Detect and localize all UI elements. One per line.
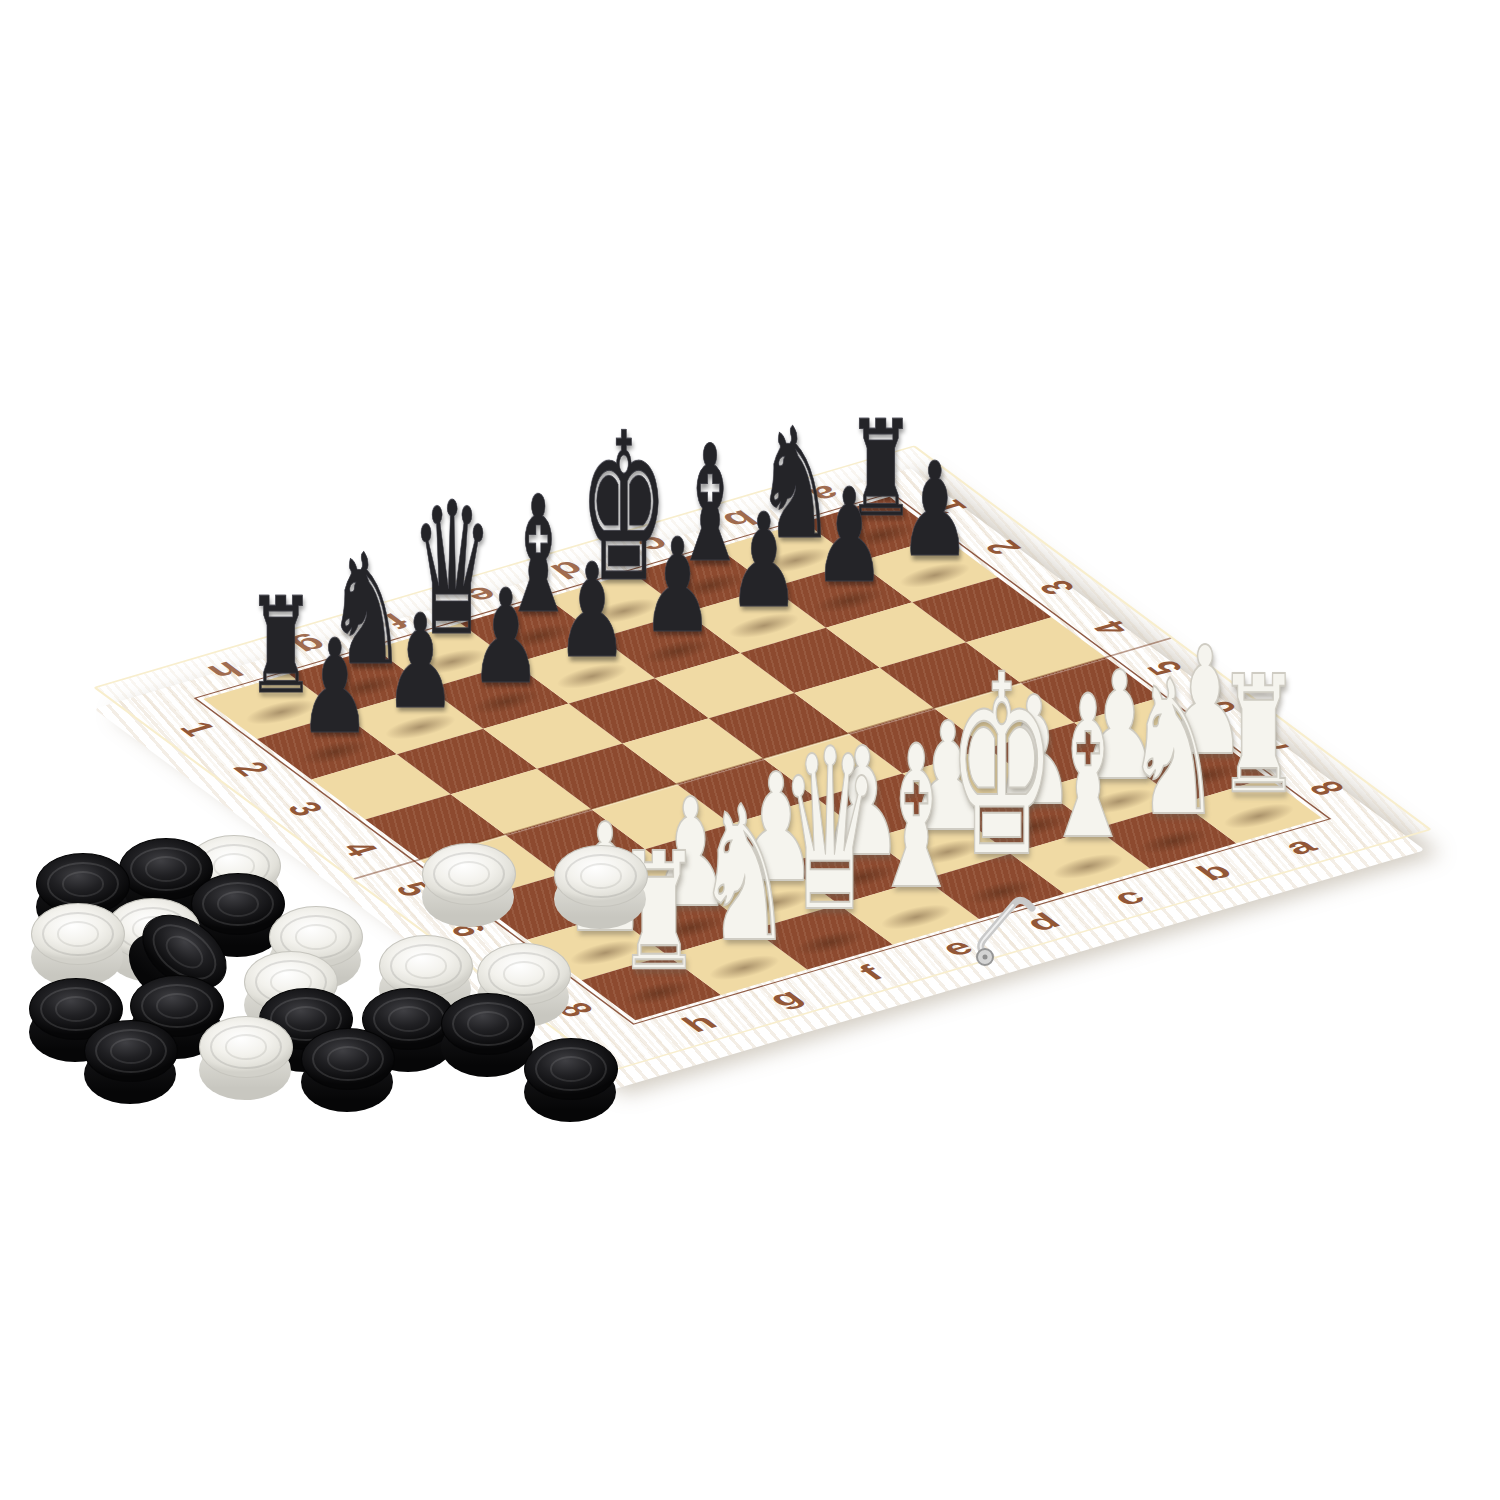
white-checker-disc[interactable] (422, 843, 514, 931)
checker-top (31, 903, 125, 965)
white-bishop-glyph: ♝ (1042, 670, 1133, 866)
clasp-hook (972, 888, 1044, 974)
black-pawn-glyph: ♟ (899, 445, 971, 575)
checker-top (524, 1038, 618, 1100)
checker-top (301, 1028, 395, 1090)
black-pawn-glyph: ♟ (384, 597, 456, 727)
black-pawn-glyph: ♟ (642, 521, 714, 651)
black-pawn-glyph: ♟ (556, 546, 628, 676)
black-pawn-glyph: ♟ (299, 622, 371, 752)
rank-label-right-8: 8 (1307, 773, 1348, 803)
checker-top (554, 845, 648, 907)
black-checker-disc[interactable] (84, 1020, 176, 1108)
white-knight-glyph: ♞ (1125, 655, 1222, 841)
file-label-near-h: h (678, 1008, 719, 1038)
checker-top (199, 1016, 293, 1078)
file-label-near-g: g (764, 982, 805, 1012)
rank-label-left-3: 3 (285, 794, 326, 824)
white-queen-glyph: ♛ (780, 720, 880, 943)
file-label-near-a: a (1279, 831, 1320, 861)
black-checker-disc[interactable] (524, 1038, 616, 1126)
rank-label-right-3: 3 (1037, 572, 1078, 602)
rank-label-right-2: 2 (983, 532, 1024, 562)
white-rook-glyph: ♜ (1217, 655, 1301, 816)
white-bishop-glyph: ♝ (870, 721, 961, 917)
checker-top (422, 843, 516, 905)
checker-top (84, 1020, 178, 1082)
product-photo-scene: 11hh22gg33ff44ee55dd66cc77bb88aa♜♞♝♚♝♛♞♜… (0, 0, 1500, 1500)
file-label-near-e: e (936, 932, 977, 962)
checker-top (441, 993, 535, 1055)
file-label-near-f: f (850, 957, 891, 987)
rank-label-left-2: 2 (231, 754, 272, 784)
rank-label-left-4: 4 (339, 834, 380, 864)
file-label-far-h: h (205, 656, 246, 686)
white-checker-disc[interactable] (199, 1016, 291, 1104)
black-checker-disc[interactable] (441, 993, 533, 1081)
white-knight-glyph: ♞ (696, 782, 793, 968)
black-checker-disc[interactable] (301, 1028, 393, 1116)
file-label-near-b: b (1193, 856, 1234, 886)
rank-label-right-4: 4 (1091, 612, 1132, 642)
white-checker-disc[interactable] (554, 845, 646, 933)
file-label-near-c: c (1107, 881, 1148, 911)
black-pawn-glyph: ♟ (813, 471, 885, 601)
black-pawn-glyph: ♟ (470, 572, 542, 702)
black-pawn-glyph: ♟ (727, 496, 799, 626)
rank-label-left-1: 1 (177, 713, 218, 743)
white-king-glyph: ♚ (948, 643, 1055, 892)
